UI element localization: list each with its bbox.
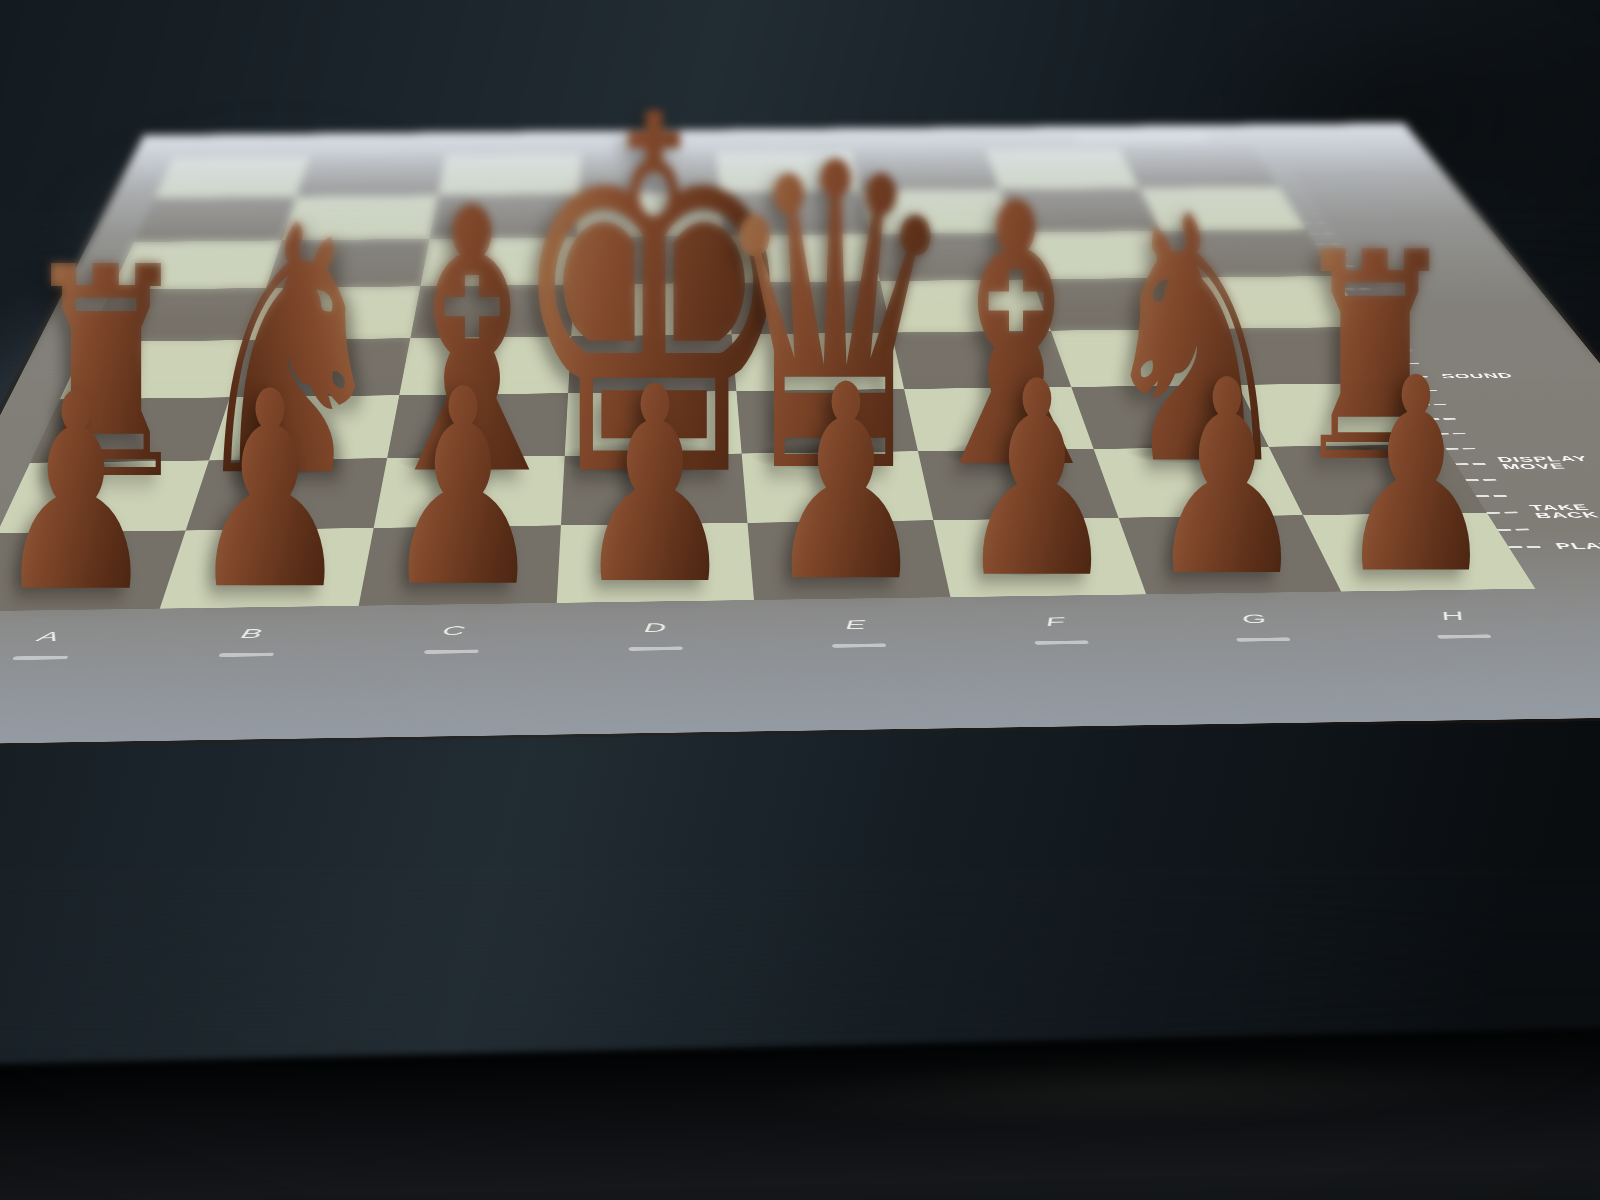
piece-pawn-e1[interactable]: ♟: [765, 350, 928, 620]
piece-pawn-c1[interactable]: ♟: [381, 354, 544, 625]
piece-pawn-a1[interactable]: ♟: [0, 359, 158, 631]
piece-pawn-b1[interactable]: ♟: [188, 356, 351, 627]
piece-pawn-d1[interactable]: ♟: [573, 352, 736, 622]
chess-computer-photo: ABCDEFGH PLAYTAKE BACKDISPLAY MOVESOUND …: [0, 0, 1600, 1200]
piece-pawn-f1[interactable]: ♟: [956, 347, 1118, 616]
piece-pawn-h1[interactable]: ♟: [1336, 343, 1498, 611]
piece-pawn-g1[interactable]: ♟: [1146, 345, 1308, 614]
pieces-layer: ♜♞♝♚♛♝♞♜♟♟♟♟♟♟♟♟: [0, 0, 1600, 1200]
